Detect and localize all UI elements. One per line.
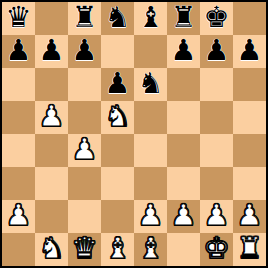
piece-white-bishop: ♝ (138, 233, 164, 265)
piece-white-pawn: ♟ (72, 134, 98, 166)
square-g5[interactable] (200, 101, 233, 134)
piece-black-rook: ♜ (171, 2, 197, 34)
square-e4[interactable] (134, 134, 167, 167)
square-d3[interactable] (101, 167, 134, 200)
piece-black-pawn: ♟ (6, 35, 32, 67)
square-a4[interactable] (2, 134, 35, 167)
square-g3[interactable] (200, 167, 233, 200)
square-c8[interactable]: ♜ (68, 2, 101, 35)
square-g1[interactable]: ♚ (200, 233, 233, 266)
piece-white-knight: ♞ (105, 101, 131, 133)
square-b7[interactable]: ♟ (35, 35, 68, 68)
square-f4[interactable] (167, 134, 200, 167)
square-a8[interactable]: ♛ (2, 2, 35, 35)
square-e7[interactable] (134, 35, 167, 68)
square-h7[interactable]: ♟ (233, 35, 266, 68)
square-c6[interactable] (68, 68, 101, 101)
square-a2[interactable]: ♟ (2, 200, 35, 233)
square-b3[interactable] (35, 167, 68, 200)
piece-white-pawn: ♟ (237, 200, 263, 232)
square-d6[interactable]: ♟ (101, 68, 134, 101)
chess-board-window: ♛♜♞♝♜♚♟♟♟♟♟♟♟♞♟♞♟♟♟♟♟♟♞♛♝♝♚♜ (0, 0, 268, 268)
square-d2[interactable] (101, 200, 134, 233)
square-h8[interactable] (233, 2, 266, 35)
piece-black-knight: ♞ (105, 2, 131, 34)
piece-black-rook: ♜ (72, 2, 98, 34)
square-g2[interactable]: ♟ (200, 200, 233, 233)
piece-black-king: ♚ (204, 2, 230, 34)
square-d1[interactable]: ♝ (101, 233, 134, 266)
chess-board: ♛♜♞♝♜♚♟♟♟♟♟♟♟♞♟♞♟♟♟♟♟♟♞♛♝♝♚♜ (0, 0, 268, 268)
square-a6[interactable] (2, 68, 35, 101)
square-h2[interactable]: ♟ (233, 200, 266, 233)
piece-white-bishop: ♝ (105, 233, 131, 265)
square-f3[interactable] (167, 167, 200, 200)
square-b6[interactable] (35, 68, 68, 101)
square-a7[interactable]: ♟ (2, 35, 35, 68)
square-h1[interactable]: ♜ (233, 233, 266, 266)
square-d4[interactable] (101, 134, 134, 167)
square-f8[interactable]: ♜ (167, 2, 200, 35)
piece-black-pawn: ♟ (171, 35, 197, 67)
square-e3[interactable] (134, 167, 167, 200)
square-b4[interactable] (35, 134, 68, 167)
square-d8[interactable]: ♞ (101, 2, 134, 35)
square-d7[interactable] (101, 35, 134, 68)
piece-white-pawn: ♟ (6, 200, 32, 232)
piece-white-pawn: ♟ (138, 200, 164, 232)
piece-black-pawn: ♟ (72, 35, 98, 67)
square-e8[interactable]: ♝ (134, 2, 167, 35)
piece-black-pawn: ♟ (237, 35, 263, 67)
square-g4[interactable] (200, 134, 233, 167)
square-c1[interactable]: ♛ (68, 233, 101, 266)
square-f6[interactable] (167, 68, 200, 101)
square-b1[interactable]: ♞ (35, 233, 68, 266)
square-g6[interactable] (200, 68, 233, 101)
piece-black-pawn: ♟ (105, 68, 131, 100)
square-a1[interactable] (2, 233, 35, 266)
square-b2[interactable] (35, 200, 68, 233)
square-f5[interactable] (167, 101, 200, 134)
square-b8[interactable] (35, 2, 68, 35)
square-g7[interactable]: ♟ (200, 35, 233, 68)
square-e5[interactable] (134, 101, 167, 134)
square-f7[interactable]: ♟ (167, 35, 200, 68)
piece-black-pawn: ♟ (204, 35, 230, 67)
square-e6[interactable]: ♞ (134, 68, 167, 101)
square-c7[interactable]: ♟ (68, 35, 101, 68)
piece-white-knight: ♞ (39, 233, 65, 265)
piece-white-king: ♚ (204, 233, 230, 265)
square-h4[interactable] (233, 134, 266, 167)
piece-white-pawn: ♟ (204, 200, 230, 232)
square-e2[interactable]: ♟ (134, 200, 167, 233)
square-g8[interactable]: ♚ (200, 2, 233, 35)
piece-black-pawn: ♟ (39, 35, 65, 67)
piece-black-knight: ♞ (138, 68, 164, 100)
square-f2[interactable]: ♟ (167, 200, 200, 233)
square-d5[interactable]: ♞ (101, 101, 134, 134)
piece-white-rook: ♜ (237, 233, 263, 265)
piece-white-pawn: ♟ (39, 101, 65, 133)
square-h5[interactable] (233, 101, 266, 134)
square-e1[interactable]: ♝ (134, 233, 167, 266)
square-a3[interactable] (2, 167, 35, 200)
square-b5[interactable]: ♟ (35, 101, 68, 134)
piece-white-pawn: ♟ (171, 200, 197, 232)
square-c4[interactable]: ♟ (68, 134, 101, 167)
square-c3[interactable] (68, 167, 101, 200)
square-a5[interactable] (2, 101, 35, 134)
square-f1[interactable] (167, 233, 200, 266)
piece-black-bishop: ♝ (138, 2, 164, 34)
square-c5[interactable] (68, 101, 101, 134)
square-h3[interactable] (233, 167, 266, 200)
square-h6[interactable] (233, 68, 266, 101)
square-c2[interactable] (68, 200, 101, 233)
piece-white-queen: ♛ (72, 233, 98, 265)
piece-black-queen: ♛ (6, 2, 32, 34)
